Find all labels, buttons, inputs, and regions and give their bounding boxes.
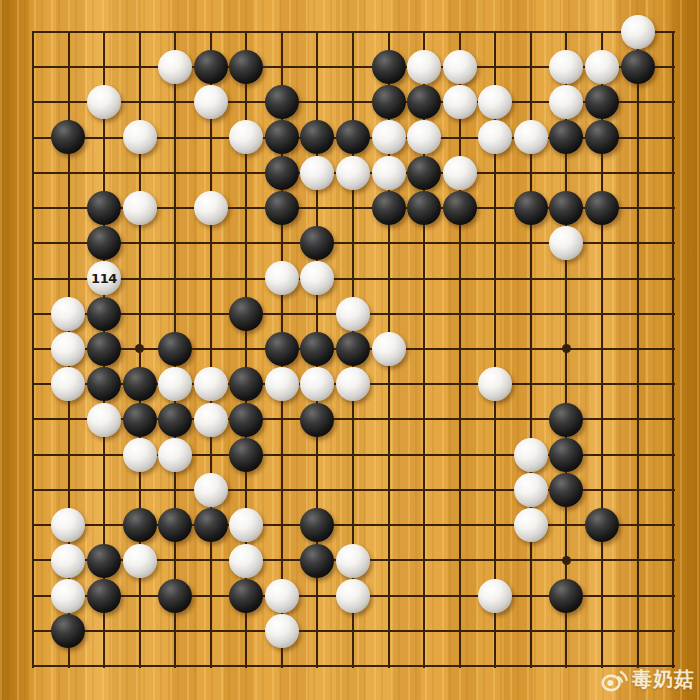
white-stone — [300, 156, 334, 190]
black-stone — [407, 191, 441, 225]
black-stone — [549, 120, 583, 154]
white-stone — [336, 156, 370, 190]
move-number-label: 114 — [91, 272, 117, 285]
board-grid: 114 — [15, 14, 691, 684]
black-stone — [87, 544, 121, 578]
weibo-logo-icon — [601, 668, 628, 692]
star-point — [135, 344, 144, 353]
white-stone — [229, 508, 263, 542]
watermark-text: 毒奶菇 — [632, 666, 695, 693]
black-stone — [549, 403, 583, 437]
white-stone — [87, 403, 121, 437]
white-stone — [514, 120, 548, 154]
white-stone — [51, 297, 85, 331]
black-stone — [158, 403, 192, 437]
white-stone — [300, 367, 334, 401]
white-stone — [123, 438, 157, 472]
black-stone — [549, 473, 583, 507]
black-stone — [585, 508, 619, 542]
black-stone — [87, 226, 121, 260]
black-stone — [336, 332, 370, 366]
black-stone — [229, 297, 263, 331]
white-stone — [336, 544, 370, 578]
white-stone — [194, 85, 228, 119]
black-stone — [123, 367, 157, 401]
white-stone: 114 — [87, 261, 121, 295]
white-stone — [443, 156, 477, 190]
black-stone — [443, 191, 477, 225]
white-stone — [123, 191, 157, 225]
black-stone — [265, 156, 299, 190]
white-stone — [336, 297, 370, 331]
black-stone — [514, 191, 548, 225]
white-stone — [407, 120, 441, 154]
black-stone — [158, 508, 192, 542]
black-stone — [372, 191, 406, 225]
white-stone — [51, 332, 85, 366]
white-stone — [123, 120, 157, 154]
white-stone — [407, 50, 441, 84]
black-stone — [407, 85, 441, 119]
white-stone — [549, 85, 583, 119]
white-stone — [194, 473, 228, 507]
white-stone — [51, 367, 85, 401]
black-stone — [87, 191, 121, 225]
white-stone — [158, 438, 192, 472]
black-stone — [123, 403, 157, 437]
black-stone — [549, 579, 583, 613]
black-stone — [585, 85, 619, 119]
black-stone — [158, 579, 192, 613]
white-stone — [372, 120, 406, 154]
white-stone — [478, 367, 512, 401]
white-stone — [123, 544, 157, 578]
black-stone — [87, 367, 121, 401]
white-stone — [621, 15, 655, 49]
black-stone — [265, 85, 299, 119]
white-stone — [229, 544, 263, 578]
white-stone — [229, 120, 263, 154]
white-stone — [478, 579, 512, 613]
black-stone — [229, 403, 263, 437]
black-stone — [229, 367, 263, 401]
white-stone — [51, 579, 85, 613]
white-stone — [549, 226, 583, 260]
black-stone — [585, 120, 619, 154]
black-stone — [621, 50, 655, 84]
black-stone — [87, 332, 121, 366]
black-stone — [300, 508, 334, 542]
white-stone — [443, 50, 477, 84]
black-stone — [300, 226, 334, 260]
white-stone — [585, 50, 619, 84]
white-stone — [514, 508, 548, 542]
white-stone — [158, 367, 192, 401]
white-stone — [194, 367, 228, 401]
white-stone — [265, 261, 299, 295]
black-stone — [265, 191, 299, 225]
white-stone — [300, 261, 334, 295]
black-stone — [336, 120, 370, 154]
white-stone — [51, 508, 85, 542]
white-stone — [514, 473, 548, 507]
star-point — [562, 344, 571, 353]
white-stone — [265, 614, 299, 648]
black-stone — [372, 50, 406, 84]
black-stone — [229, 438, 263, 472]
white-stone — [194, 191, 228, 225]
white-stone — [372, 156, 406, 190]
white-stone — [478, 85, 512, 119]
black-stone — [300, 544, 334, 578]
white-stone — [514, 438, 548, 472]
black-stone — [229, 579, 263, 613]
black-stone — [300, 403, 334, 437]
white-stone — [158, 50, 192, 84]
white-stone — [194, 403, 228, 437]
white-stone — [372, 332, 406, 366]
black-stone — [407, 156, 441, 190]
white-stone — [265, 579, 299, 613]
white-stone — [336, 367, 370, 401]
black-stone — [549, 438, 583, 472]
black-stone — [194, 50, 228, 84]
black-stone — [87, 579, 121, 613]
star-point — [562, 556, 571, 565]
white-stone — [265, 367, 299, 401]
go-board-diagram: 114 毒奶菇 — [0, 0, 700, 700]
black-stone — [229, 50, 263, 84]
white-stone — [336, 579, 370, 613]
black-stone — [51, 120, 85, 154]
black-stone — [265, 120, 299, 154]
black-stone — [123, 508, 157, 542]
black-stone — [194, 508, 228, 542]
black-stone — [549, 191, 583, 225]
white-stone — [87, 85, 121, 119]
black-stone — [300, 120, 334, 154]
black-stone — [158, 332, 192, 366]
black-stone — [265, 332, 299, 366]
black-stone — [300, 332, 334, 366]
black-stone — [372, 85, 406, 119]
white-stone — [478, 120, 512, 154]
black-stone — [585, 191, 619, 225]
black-stone — [87, 297, 121, 331]
white-stone — [443, 85, 477, 119]
white-stone — [549, 50, 583, 84]
watermark: 毒奶菇 — [601, 666, 695, 693]
white-stone — [51, 544, 85, 578]
black-stone — [51, 614, 85, 648]
